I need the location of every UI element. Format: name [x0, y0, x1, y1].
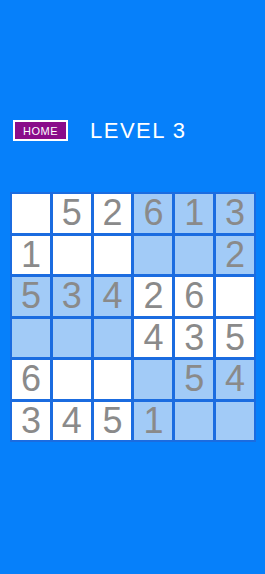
- cell-r5c5[interactable]: 5: [175, 360, 213, 399]
- cell-r3c6[interactable]: [216, 277, 254, 316]
- cell-r3c3[interactable]: 4: [94, 277, 132, 316]
- cell-r4c6[interactable]: 5: [216, 319, 254, 358]
- cell-r2c6[interactable]: 2: [216, 236, 254, 275]
- cell-r5c2[interactable]: [53, 360, 91, 399]
- cell-r4c3[interactable]: [94, 319, 132, 358]
- cell-r4c5[interactable]: 3: [175, 319, 213, 358]
- cell-r1c3[interactable]: 2: [94, 194, 132, 233]
- cell-r4c4[interactable]: 4: [134, 319, 172, 358]
- cell-r6c3[interactable]: 5: [94, 402, 132, 441]
- header-bar: HOME LEVEL 3: [0, 118, 265, 143]
- cell-r4c1[interactable]: [12, 319, 50, 358]
- cell-r2c5[interactable]: [175, 236, 213, 275]
- cell-r2c2[interactable]: [53, 236, 91, 275]
- sudoku-board: 5261312534264356543451: [10, 192, 256, 442]
- cell-r6c4[interactable]: 1: [134, 402, 172, 441]
- cell-r2c1[interactable]: 1: [12, 236, 50, 275]
- cell-r5c3[interactable]: [94, 360, 132, 399]
- cell-r1c5[interactable]: 1: [175, 194, 213, 233]
- cell-r1c1[interactable]: [12, 194, 50, 233]
- level-title: LEVEL 3: [90, 118, 187, 143]
- cell-r2c4[interactable]: [134, 236, 172, 275]
- cell-r1c2[interactable]: 5: [53, 194, 91, 233]
- cell-r3c2[interactable]: 3: [53, 277, 91, 316]
- home-button[interactable]: HOME: [13, 120, 68, 141]
- app-screen: HOME LEVEL 3 5261312534264356543451: [0, 0, 265, 574]
- cell-r3c4[interactable]: 2: [134, 277, 172, 316]
- cell-r1c4[interactable]: 6: [134, 194, 172, 233]
- cell-r5c6[interactable]: 4: [216, 360, 254, 399]
- cell-r5c4[interactable]: [134, 360, 172, 399]
- cell-r6c5[interactable]: [175, 402, 213, 441]
- cell-r5c1[interactable]: 6: [12, 360, 50, 399]
- cell-r3c1[interactable]: 5: [12, 277, 50, 316]
- cell-r6c1[interactable]: 3: [12, 402, 50, 441]
- cell-r4c2[interactable]: [53, 319, 91, 358]
- cell-r6c2[interactable]: 4: [53, 402, 91, 441]
- cell-r3c5[interactable]: 6: [175, 277, 213, 316]
- cell-r1c6[interactable]: 3: [216, 194, 254, 233]
- cell-r6c6[interactable]: [216, 402, 254, 441]
- cell-r2c3[interactable]: [94, 236, 132, 275]
